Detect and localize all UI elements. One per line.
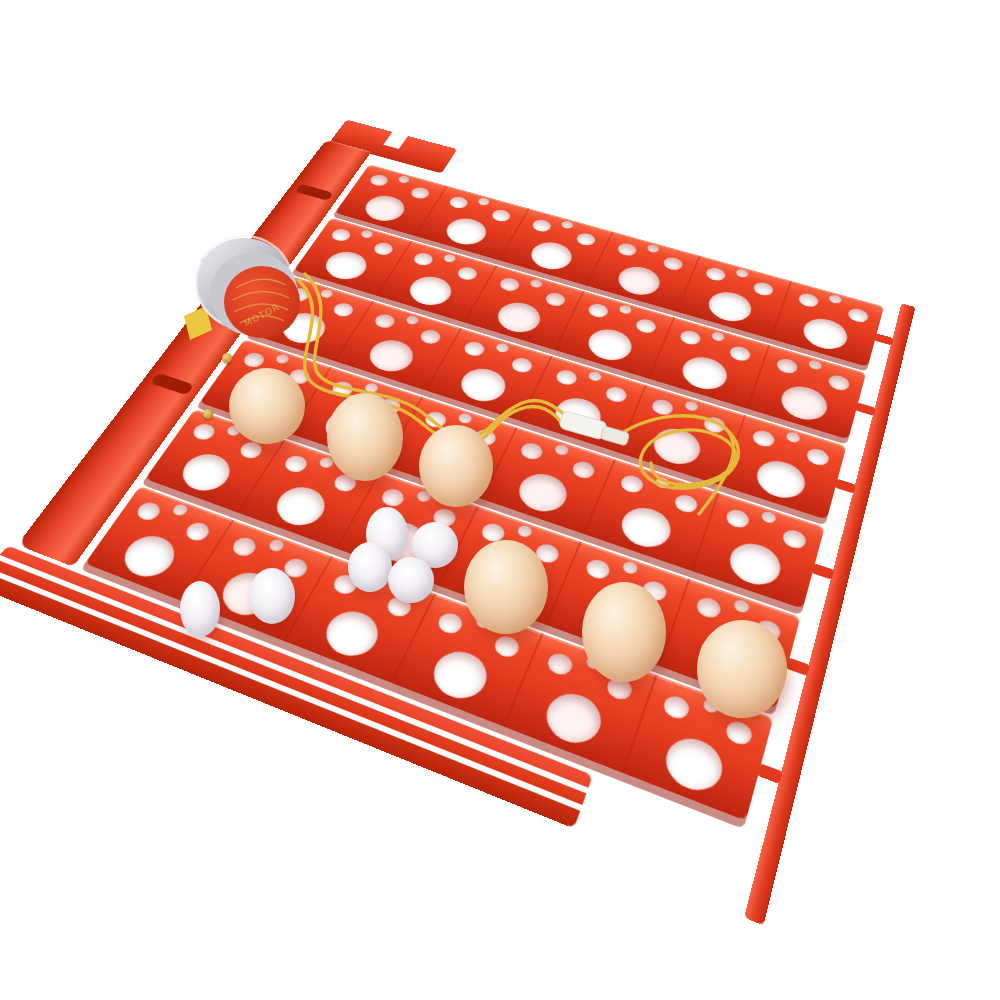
wire-connector xyxy=(558,410,630,447)
wire-coil xyxy=(612,416,738,488)
chicken-egg xyxy=(697,620,787,718)
rail-screw xyxy=(222,353,232,363)
turner-motor: MOTOR xyxy=(176,222,346,382)
quail-egg xyxy=(249,568,295,624)
motor-label xyxy=(224,266,300,338)
product-photo-scene: MOTOR xyxy=(0,0,1000,1000)
chicken-egg xyxy=(464,540,548,634)
rail-screw xyxy=(203,409,213,419)
quail-egg xyxy=(180,581,220,637)
wire-svg xyxy=(0,0,1000,1000)
quail-egg xyxy=(348,542,392,592)
chicken-egg xyxy=(419,425,493,507)
chicken-egg xyxy=(327,393,403,481)
quail-egg xyxy=(388,557,434,603)
chicken-egg xyxy=(582,582,666,682)
chicken-egg xyxy=(229,368,305,444)
